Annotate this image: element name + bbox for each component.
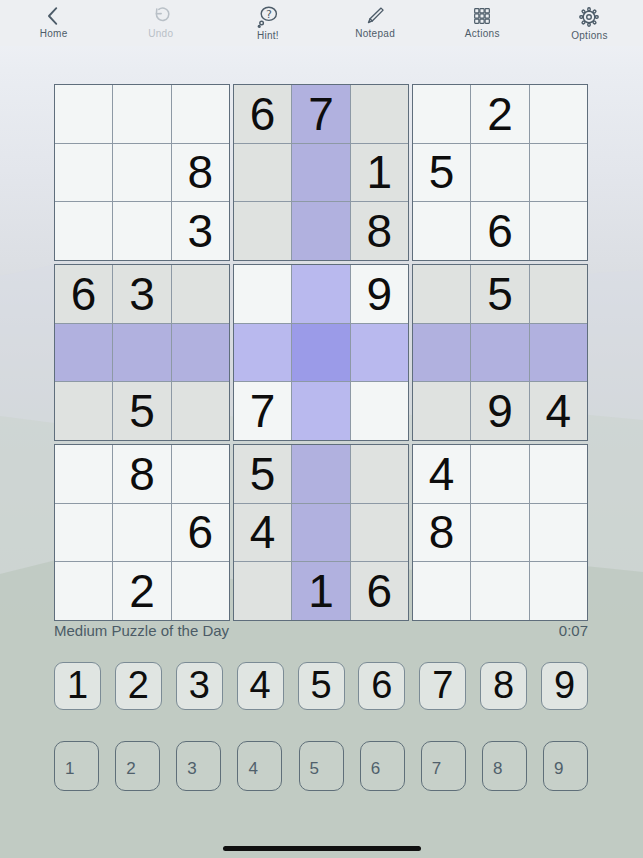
sudoku-cell-r1c4[interactable]: 6 — [234, 85, 291, 143]
sudoku-cell-r7c7[interactable]: 4 — [413, 445, 470, 503]
note-button-2[interactable]: 2 — [115, 741, 160, 791]
number-button-1[interactable]: 1 — [54, 662, 101, 710]
sudoku-cell-r4c9[interactable] — [530, 265, 587, 323]
sudoku-cell-r7c3[interactable] — [172, 445, 229, 503]
sudoku-cell-r6c3[interactable] — [172, 382, 229, 440]
note-button-7[interactable]: 7 — [421, 741, 466, 791]
sudoku-cell-r6c5[interactable] — [292, 382, 349, 440]
sudoku-cell-r9c8[interactable] — [471, 562, 528, 620]
sudoku-cell-r9c1[interactable] — [55, 562, 112, 620]
sudoku-cell-r6c7[interactable] — [413, 382, 470, 440]
sudoku-cell-r8c4[interactable]: 4 — [234, 504, 291, 562]
sudoku-cell-r3c6[interactable]: 8 — [351, 202, 408, 260]
number-button-9[interactable]: 9 — [541, 662, 588, 710]
note-pad: 123456789 — [54, 741, 588, 791]
number-button-8[interactable]: 8 — [480, 662, 527, 710]
sudoku-cell-r7c4[interactable]: 5 — [234, 445, 291, 503]
actions-label: Actions — [465, 28, 500, 39]
sudoku-cell-r6c2[interactable]: 5 — [113, 382, 170, 440]
status-bar: Medium Puzzle of the Day 0:07 — [54, 622, 588, 639]
sudoku-cell-r2c1[interactable] — [55, 144, 112, 202]
sudoku-cell-r5c2[interactable] — [113, 324, 170, 382]
number-button-5[interactable]: 5 — [298, 662, 345, 710]
sudoku-cell-r2c4[interactable] — [234, 144, 291, 202]
timer: 0:07 — [559, 622, 588, 639]
sudoku-cell-r3c8[interactable]: 6 — [471, 202, 528, 260]
sudoku-cell-r1c7[interactable] — [413, 85, 470, 143]
svg-text:?: ? — [266, 8, 272, 21]
sudoku-cell-r1c1[interactable] — [55, 85, 112, 143]
number-button-7[interactable]: 7 — [419, 662, 466, 710]
sudoku-cell-r5c4[interactable] — [234, 324, 291, 382]
sudoku-cell-r4c1[interactable]: 6 — [55, 265, 112, 323]
sudoku-cell-r1c5[interactable]: 7 — [292, 85, 349, 143]
sudoku-cell-r8c1[interactable] — [55, 504, 112, 562]
sudoku-cell-r1c2[interactable] — [113, 85, 170, 143]
sudoku-block-3: 256 — [412, 84, 588, 261]
sudoku-cell-r2c8[interactable] — [471, 144, 528, 202]
sudoku-cell-r8c2[interactable] — [113, 504, 170, 562]
number-button-4[interactable]: 4 — [237, 662, 284, 710]
sudoku-cell-r2c3[interactable]: 8 — [172, 144, 229, 202]
sudoku-block-5: 97 — [233, 264, 409, 441]
sudoku-cell-r1c9[interactable] — [530, 85, 587, 143]
sudoku-cell-r7c5[interactable] — [292, 445, 349, 503]
note-button-6[interactable]: 6 — [360, 741, 405, 791]
sudoku-cell-r4c8[interactable]: 5 — [471, 265, 528, 323]
hint-bubble-icon: ? — [256, 5, 280, 29]
number-button-6[interactable]: 6 — [358, 662, 405, 710]
sudoku-cell-r5c1[interactable] — [55, 324, 112, 382]
sudoku-cell-r5c9[interactable] — [530, 324, 587, 382]
sudoku-cell-r1c3[interactable] — [172, 85, 229, 143]
sudoku-cell-r3c1[interactable] — [55, 202, 112, 260]
sudoku-block-4: 635 — [54, 264, 230, 441]
puzzle-title: Medium Puzzle of the Day — [54, 622, 229, 639]
sudoku-cell-r7c8[interactable] — [471, 445, 528, 503]
sudoku-cell-r4c2[interactable]: 3 — [113, 265, 170, 323]
sudoku-cell-r7c1[interactable] — [55, 445, 112, 503]
sudoku-cell-r4c6[interactable]: 9 — [351, 265, 408, 323]
home-label: Home — [40, 28, 68, 39]
gear-icon — [577, 5, 601, 29]
undo-button[interactable]: Undo — [107, 0, 214, 46]
actions-button[interactable]: Actions — [429, 0, 536, 46]
undo-arrow-icon — [150, 5, 172, 27]
notepad-button[interactable]: Notepad — [322, 0, 429, 46]
options-button[interactable]: Options — [536, 0, 643, 46]
sudoku-cell-r6c4[interactable]: 7 — [234, 382, 291, 440]
hint-button[interactable]: ? Hint! — [214, 0, 321, 46]
sudoku-cell-r4c4[interactable] — [234, 265, 291, 323]
sudoku-block-7: 862 — [54, 444, 230, 621]
hint-label: Hint! — [257, 30, 279, 41]
pencil-icon — [364, 5, 386, 27]
sudoku-cell-r5c7[interactable] — [413, 324, 470, 382]
sudoku-block-2: 6718 — [233, 84, 409, 261]
sudoku-cell-r7c6[interactable] — [351, 445, 408, 503]
sudoku-cell-r3c9[interactable] — [530, 202, 587, 260]
sudoku-cell-r8c6[interactable] — [351, 504, 408, 562]
note-button-5[interactable]: 5 — [299, 741, 344, 791]
sudoku-cell-r3c4[interactable] — [234, 202, 291, 260]
number-pad: 123456789 — [54, 662, 588, 710]
grid-icon — [471, 5, 493, 27]
sudoku-cell-r9c3[interactable] — [172, 562, 229, 620]
sudoku-block-1: 83 — [54, 84, 230, 261]
note-button-8[interactable]: 8 — [482, 741, 527, 791]
sudoku-cell-r2c9[interactable] — [530, 144, 587, 202]
sudoku-cell-r1c6[interactable] — [351, 85, 408, 143]
undo-label: Undo — [148, 28, 173, 39]
sudoku-cell-r3c7[interactable] — [413, 202, 470, 260]
sudoku-cell-r9c6[interactable]: 6 — [351, 562, 408, 620]
note-button-3[interactable]: 3 — [176, 741, 221, 791]
sudoku-cell-r3c3[interactable]: 3 — [172, 202, 229, 260]
sudoku-cell-r8c5[interactable] — [292, 504, 349, 562]
home-button[interactable]: Home — [0, 0, 107, 46]
options-label: Options — [571, 30, 608, 41]
sudoku-cell-r7c9[interactable] — [530, 445, 587, 503]
sudoku-cell-r1c8[interactable]: 2 — [471, 85, 528, 143]
app-screen: Home Undo ? Hint! Notepad Actions Option… — [0, 0, 643, 858]
sudoku-cell-r4c7[interactable] — [413, 265, 470, 323]
sudoku-cell-r2c5[interactable] — [292, 144, 349, 202]
sudoku-cell-r8c9[interactable] — [530, 504, 587, 562]
note-button-4[interactable]: 4 — [237, 741, 282, 791]
sudoku-cell-r6c8[interactable]: 9 — [471, 382, 528, 440]
note-button-1[interactable]: 1 — [54, 741, 99, 791]
home-indicator[interactable] — [223, 846, 421, 851]
sudoku-cell-r8c3[interactable]: 6 — [172, 504, 229, 562]
sudoku-cell-r6c1[interactable] — [55, 382, 112, 440]
chevron-left-icon — [43, 5, 65, 27]
sudoku-cell-r8c7[interactable]: 8 — [413, 504, 470, 562]
sudoku-cell-r5c8[interactable] — [471, 324, 528, 382]
sudoku-cell-r3c2[interactable] — [113, 202, 170, 260]
sudoku-cell-r4c3[interactable] — [172, 265, 229, 323]
sudoku-cell-r9c4[interactable] — [234, 562, 291, 620]
sudoku-block-6: 594 — [412, 264, 588, 441]
number-button-3[interactable]: 3 — [176, 662, 223, 710]
sudoku-cell-r2c6[interactable]: 1 — [351, 144, 408, 202]
sudoku-cell-r5c6[interactable] — [351, 324, 408, 382]
sudoku-cell-r5c3[interactable] — [172, 324, 229, 382]
sudoku-cell-r5c5[interactable] — [292, 324, 349, 382]
sudoku-cell-r3c5[interactable] — [292, 202, 349, 260]
sudoku-board: 83671825663597594862541648 — [54, 84, 588, 621]
sudoku-cell-r4c5[interactable] — [292, 265, 349, 323]
number-button-2[interactable]: 2 — [115, 662, 162, 710]
sudoku-cell-r8c8[interactable] — [471, 504, 528, 562]
note-button-9[interactable]: 9 — [543, 741, 588, 791]
sudoku-cell-r2c7[interactable]: 5 — [413, 144, 470, 202]
sudoku-block-8: 5416 — [233, 444, 409, 621]
sudoku-cell-r6c6[interactable] — [351, 382, 408, 440]
sudoku-block-9: 48 — [412, 444, 588, 621]
sudoku-cell-r7c2[interactable]: 8 — [113, 445, 170, 503]
sudoku-cell-r9c5[interactable]: 1 — [292, 562, 349, 620]
sudoku-cell-r2c2[interactable] — [113, 144, 170, 202]
sudoku-cell-r9c7[interactable] — [413, 562, 470, 620]
sudoku-cell-r6c9[interactable]: 4 — [530, 382, 587, 440]
toolbar: Home Undo ? Hint! Notepad Actions Option… — [0, 0, 643, 46]
notepad-label: Notepad — [355, 28, 395, 39]
sudoku-cell-r9c9[interactable] — [530, 562, 587, 620]
sudoku-cell-r9c2[interactable]: 2 — [113, 562, 170, 620]
